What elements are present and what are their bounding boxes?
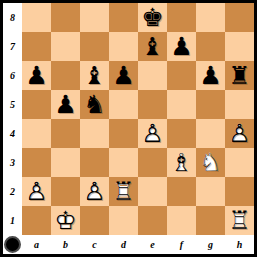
black-to-move-icon <box>4 236 21 253</box>
black-pawn[interactable]: ♟ <box>22 61 51 90</box>
white-king-outline: ♔ <box>51 206 80 235</box>
square-g4[interactable] <box>196 119 225 148</box>
white-pawn[interactable]: ♟♙ <box>225 119 254 148</box>
rank-label-7: 7 <box>3 32 22 61</box>
square-d2[interactable]: ♜♖ <box>109 177 138 206</box>
white-pawn[interactable]: ♟♙ <box>80 177 109 206</box>
white-knight[interactable]: ♞♘ <box>196 148 225 177</box>
square-f2[interactable] <box>167 177 196 206</box>
square-f5[interactable] <box>167 90 196 119</box>
square-g7[interactable] <box>196 32 225 61</box>
square-d4[interactable] <box>109 119 138 148</box>
black-pawn[interactable]: ♟ <box>109 61 138 90</box>
square-g5[interactable] <box>196 90 225 119</box>
black-pawn[interactable]: ♟ <box>167 32 196 61</box>
file-labels: abcdefgh <box>22 235 254 254</box>
white-bishop-outline: ♗ <box>167 148 196 177</box>
square-h7[interactable] <box>225 32 254 61</box>
file-label-a: a <box>22 235 51 254</box>
square-d5[interactable] <box>109 90 138 119</box>
rank-label-8: 8 <box>3 3 22 32</box>
square-b6[interactable] <box>51 61 80 90</box>
rank-label-6: 6 <box>3 61 22 90</box>
square-g6[interactable]: ♟ <box>196 61 225 90</box>
white-bishop[interactable]: ♝♗ <box>167 148 196 177</box>
white-pawn-outline: ♙ <box>80 177 109 206</box>
black-rook[interactable]: ♜ <box>225 61 254 90</box>
square-e8[interactable]: ♚ <box>138 3 167 32</box>
rank-labels: 87654321 <box>3 3 22 235</box>
square-e7[interactable]: ♝ <box>138 32 167 61</box>
white-pawn[interactable]: ♟♙ <box>22 177 51 206</box>
white-rook[interactable]: ♜♖ <box>109 177 138 206</box>
square-g8[interactable] <box>196 3 225 32</box>
square-h6[interactable]: ♜ <box>225 61 254 90</box>
white-pawn[interactable]: ♟♙ <box>138 119 167 148</box>
white-rook-outline: ♖ <box>225 206 254 235</box>
rank-label-2: 2 <box>3 177 22 206</box>
square-e2[interactable] <box>138 177 167 206</box>
file-label-h: h <box>225 235 254 254</box>
square-c8[interactable] <box>80 3 109 32</box>
white-king[interactable]: ♚♔ <box>51 206 80 235</box>
black-pawn[interactable]: ♟ <box>51 90 80 119</box>
square-c6[interactable]: ♝ <box>80 61 109 90</box>
white-pawn-outline: ♙ <box>225 119 254 148</box>
square-b5[interactable]: ♟ <box>51 90 80 119</box>
square-a4[interactable] <box>22 119 51 148</box>
square-a7[interactable] <box>22 32 51 61</box>
white-pawn-outline: ♙ <box>22 177 51 206</box>
square-h4[interactable]: ♟♙ <box>225 119 254 148</box>
square-d7[interactable] <box>109 32 138 61</box>
square-c3[interactable] <box>80 148 109 177</box>
square-f1[interactable] <box>167 206 196 235</box>
square-g3[interactable]: ♞♘ <box>196 148 225 177</box>
chess-diagram: 87654321 ♚♝♟♟♝♟♟♜♟♞♟♙♟♙♝♗♞♘♟♙♟♙♜♖♚♔♜♖ ab… <box>0 0 257 257</box>
white-rook-outline: ♖ <box>109 177 138 206</box>
square-h3[interactable] <box>225 148 254 177</box>
square-c2[interactable]: ♟♙ <box>80 177 109 206</box>
square-e3[interactable] <box>138 148 167 177</box>
black-bishop[interactable]: ♝ <box>138 32 167 61</box>
black-pawn[interactable]: ♟ <box>196 61 225 90</box>
file-label-c: c <box>80 235 109 254</box>
square-f6[interactable] <box>167 61 196 90</box>
square-a1[interactable] <box>22 206 51 235</box>
file-label-g: g <box>196 235 225 254</box>
square-f3[interactable]: ♝♗ <box>167 148 196 177</box>
square-c7[interactable] <box>80 32 109 61</box>
black-knight[interactable]: ♞ <box>80 90 109 119</box>
square-a5[interactable] <box>22 90 51 119</box>
white-knight-outline: ♘ <box>196 148 225 177</box>
square-b1[interactable]: ♚♔ <box>51 206 80 235</box>
square-h8[interactable] <box>225 3 254 32</box>
square-e4[interactable]: ♟♙ <box>138 119 167 148</box>
rank-label-3: 3 <box>3 148 22 177</box>
file-label-e: e <box>138 235 167 254</box>
square-g2[interactable] <box>196 177 225 206</box>
square-a6[interactable]: ♟ <box>22 61 51 90</box>
square-c5[interactable]: ♞ <box>80 90 109 119</box>
file-label-f: f <box>167 235 196 254</box>
diagram-inner: 87654321 ♚♝♟♟♝♟♟♜♟♞♟♙♟♙♝♗♞♘♟♙♟♙♜♖♚♔♜♖ ab… <box>3 3 254 254</box>
file-label-d: d <box>109 235 138 254</box>
square-h5[interactable] <box>225 90 254 119</box>
white-rook[interactable]: ♜♖ <box>225 206 254 235</box>
square-b2[interactable] <box>51 177 80 206</box>
square-b8[interactable] <box>51 3 80 32</box>
square-d3[interactable] <box>109 148 138 177</box>
square-c1[interactable] <box>80 206 109 235</box>
square-g1[interactable] <box>196 206 225 235</box>
square-e1[interactable] <box>138 206 167 235</box>
square-f7[interactable]: ♟ <box>167 32 196 61</box>
board: ♚♝♟♟♝♟♟♜♟♞♟♙♟♙♝♗♞♘♟♙♟♙♜♖♚♔♜♖ <box>22 3 254 235</box>
square-d6[interactable]: ♟ <box>109 61 138 90</box>
square-d8[interactable] <box>109 3 138 32</box>
rank-label-4: 4 <box>3 119 22 148</box>
square-d1[interactable] <box>109 206 138 235</box>
square-h1[interactable]: ♜♖ <box>225 206 254 235</box>
square-e5[interactable] <box>138 90 167 119</box>
rank-label-5: 5 <box>3 90 22 119</box>
square-b4[interactable] <box>51 119 80 148</box>
square-b7[interactable] <box>51 32 80 61</box>
square-e6[interactable] <box>138 61 167 90</box>
square-a2[interactable]: ♟♙ <box>22 177 51 206</box>
rank-label-1: 1 <box>3 206 22 235</box>
file-label-b: b <box>51 235 80 254</box>
square-a3[interactable] <box>22 148 51 177</box>
square-f8[interactable] <box>167 3 196 32</box>
square-f4[interactable] <box>167 119 196 148</box>
square-b3[interactable] <box>51 148 80 177</box>
move-indicator <box>3 235 22 254</box>
square-c4[interactable] <box>80 119 109 148</box>
black-king[interactable]: ♚ <box>138 3 167 32</box>
square-h2[interactable] <box>225 177 254 206</box>
black-bishop[interactable]: ♝ <box>80 61 109 90</box>
square-a8[interactable] <box>22 3 51 32</box>
white-pawn-outline: ♙ <box>138 119 167 148</box>
